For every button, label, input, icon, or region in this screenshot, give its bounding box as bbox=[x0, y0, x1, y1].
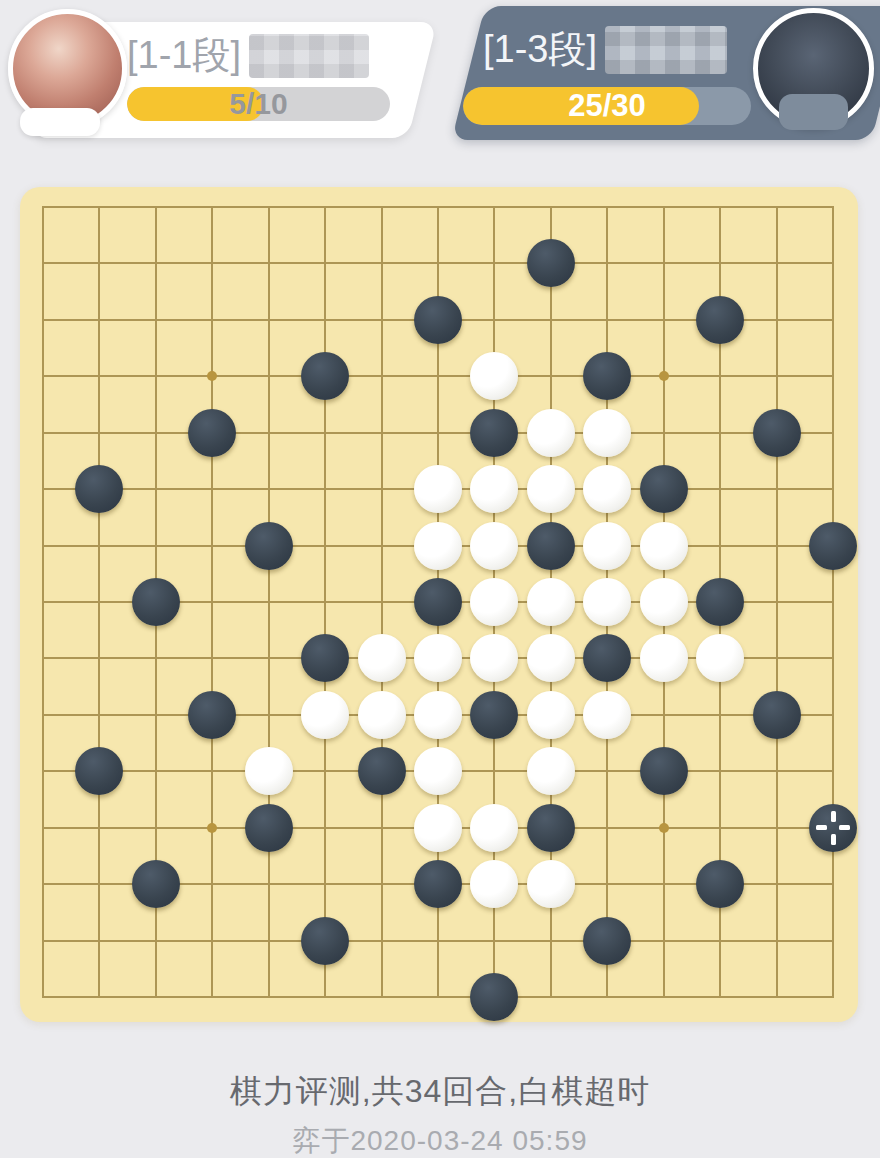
left-player-bubble-button[interactable] bbox=[20, 108, 100, 136]
white-stone bbox=[414, 522, 462, 570]
white-stone bbox=[470, 465, 518, 513]
black-stone bbox=[358, 747, 406, 795]
black-stone bbox=[583, 917, 631, 965]
match-review-screen: [1-1段] [1-3段] 5/10 25/30 棋力评测,共34回合,白棋超时… bbox=[0, 0, 880, 1158]
white-stone bbox=[640, 578, 688, 626]
right-player-rank-label: [1-3段] bbox=[483, 24, 597, 75]
star-point bbox=[207, 371, 217, 381]
left-player-progress-bar: 5/10 bbox=[127, 87, 390, 121]
black-stone bbox=[583, 352, 631, 400]
players-header: [1-1段] [1-3段] 5/10 25/30 bbox=[0, 0, 880, 160]
white-stone bbox=[527, 465, 575, 513]
white-stone bbox=[583, 409, 631, 457]
white-stone bbox=[527, 409, 575, 457]
left-player-rank-label: [1-1段] bbox=[127, 30, 241, 81]
white-stone bbox=[583, 578, 631, 626]
black-stone bbox=[470, 973, 518, 1021]
white-stone bbox=[358, 691, 406, 739]
white-stone bbox=[470, 804, 518, 852]
white-stone bbox=[527, 691, 575, 739]
left-progress-text: 5/10 bbox=[127, 87, 390, 121]
white-stone bbox=[414, 634, 462, 682]
gomoku-board-panel bbox=[20, 187, 858, 1022]
black-stone bbox=[188, 691, 236, 739]
black-stone bbox=[75, 747, 123, 795]
white-stone bbox=[358, 634, 406, 682]
black-stone bbox=[245, 522, 293, 570]
black-stone bbox=[414, 860, 462, 908]
left-player-name-censored bbox=[249, 34, 369, 78]
white-stone bbox=[527, 860, 575, 908]
white-stone bbox=[470, 634, 518, 682]
right-player-progress-bar: 25/30 bbox=[463, 87, 751, 125]
white-stone bbox=[527, 747, 575, 795]
white-stone bbox=[414, 465, 462, 513]
white-stone bbox=[696, 634, 744, 682]
black-stone bbox=[696, 296, 744, 344]
grid-line-vertical bbox=[776, 206, 778, 998]
black-stone bbox=[301, 917, 349, 965]
grid-line-vertical bbox=[832, 206, 834, 998]
black-stone bbox=[132, 860, 180, 908]
black-stone bbox=[583, 634, 631, 682]
white-stone bbox=[470, 860, 518, 908]
result-text: 棋力评测,共34回合,白棋超时 bbox=[0, 1070, 880, 1114]
last-move-crosshair-icon bbox=[809, 804, 857, 852]
black-stone bbox=[527, 804, 575, 852]
game-date-text: 弈于2020-03-24 05:59 bbox=[0, 1122, 880, 1158]
white-stone bbox=[527, 578, 575, 626]
white-stone bbox=[583, 465, 631, 513]
black-stone bbox=[640, 747, 688, 795]
white-stone bbox=[301, 691, 349, 739]
black-stone bbox=[188, 409, 236, 457]
white-stone bbox=[470, 522, 518, 570]
gomoku-board[interactable] bbox=[43, 207, 833, 997]
grid-line-horizontal bbox=[42, 996, 834, 998]
black-stone bbox=[527, 522, 575, 570]
grid-line-horizontal bbox=[42, 940, 834, 942]
black-stone bbox=[470, 409, 518, 457]
white-stone bbox=[583, 522, 631, 570]
black-stone bbox=[414, 296, 462, 344]
right-player-name-censored bbox=[605, 26, 727, 74]
black-stone bbox=[414, 578, 462, 626]
white-stone bbox=[414, 747, 462, 795]
white-stone bbox=[470, 578, 518, 626]
black-stone bbox=[696, 860, 744, 908]
right-progress-text: 25/30 bbox=[463, 87, 751, 125]
black-stone bbox=[527, 239, 575, 287]
black-stone bbox=[809, 522, 857, 570]
left-player-identity: [1-1段] bbox=[127, 30, 369, 81]
black-stone bbox=[753, 691, 801, 739]
white-stone bbox=[414, 804, 462, 852]
result-footer: 棋力评测,共34回合,白棋超时 弈于2020-03-24 05:59 bbox=[0, 1040, 880, 1158]
white-stone bbox=[583, 691, 631, 739]
black-stone bbox=[301, 352, 349, 400]
black-stone bbox=[696, 578, 744, 626]
star-point bbox=[659, 823, 669, 833]
black-stone bbox=[132, 578, 180, 626]
white-stone bbox=[640, 634, 688, 682]
black-stone bbox=[753, 409, 801, 457]
white-stone bbox=[640, 522, 688, 570]
black-stone bbox=[809, 804, 857, 852]
white-stone bbox=[245, 747, 293, 795]
white-stone bbox=[470, 352, 518, 400]
white-stone bbox=[414, 691, 462, 739]
black-stone bbox=[470, 691, 518, 739]
white-stone bbox=[527, 634, 575, 682]
black-stone bbox=[640, 465, 688, 513]
black-stone bbox=[75, 465, 123, 513]
black-stone bbox=[245, 804, 293, 852]
right-player-bubble-button[interactable] bbox=[779, 94, 848, 130]
star-point bbox=[659, 371, 669, 381]
star-point bbox=[207, 823, 217, 833]
black-stone bbox=[301, 634, 349, 682]
right-player-identity: [1-3段] bbox=[483, 24, 727, 75]
